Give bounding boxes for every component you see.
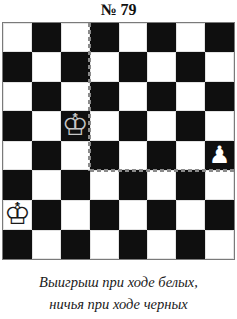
square-d3 bbox=[90, 170, 119, 199]
square-d4 bbox=[90, 141, 119, 170]
square-f5 bbox=[147, 111, 176, 141]
square-b8 bbox=[32, 23, 61, 52]
square-h3 bbox=[205, 170, 234, 199]
square-g7 bbox=[176, 52, 205, 81]
square-b7 bbox=[32, 52, 61, 81]
square-c2 bbox=[61, 200, 90, 230]
square-e1 bbox=[119, 230, 148, 259]
square-g8 bbox=[176, 23, 205, 52]
square-b5 bbox=[32, 111, 61, 141]
square-c7 bbox=[61, 52, 90, 81]
square-d1 bbox=[90, 230, 119, 259]
diagram-number: № 79 bbox=[0, 0, 237, 20]
square-d8 bbox=[90, 23, 119, 52]
pawn-square-outline-vertical bbox=[88, 23, 91, 171]
square-a8 bbox=[3, 23, 32, 52]
pawn-square-outline-horizontal bbox=[90, 169, 234, 172]
caption: Выигрыш при ходе белых, ничья при ходе ч… bbox=[0, 271, 237, 315]
square-e3 bbox=[119, 170, 148, 199]
square-g1 bbox=[176, 230, 205, 259]
square-d6 bbox=[90, 82, 119, 111]
square-a2: ♔ bbox=[3, 200, 32, 230]
square-f2 bbox=[147, 200, 176, 230]
square-h4: ♟ bbox=[205, 141, 234, 170]
square-c8 bbox=[61, 23, 90, 52]
square-c5: ♔ bbox=[61, 111, 90, 141]
square-e6 bbox=[119, 82, 148, 111]
black-king: ♔ bbox=[62, 110, 89, 140]
square-b3 bbox=[32, 170, 61, 199]
square-g6 bbox=[176, 82, 205, 111]
square-d2 bbox=[90, 200, 119, 230]
square-d7 bbox=[90, 52, 119, 81]
square-e7 bbox=[119, 52, 148, 81]
square-g3 bbox=[176, 170, 205, 199]
square-e5 bbox=[119, 111, 148, 141]
square-e4 bbox=[119, 141, 148, 170]
square-c4 bbox=[61, 141, 90, 170]
square-b4 bbox=[32, 141, 61, 170]
square-f6 bbox=[147, 82, 176, 111]
square-h7 bbox=[205, 52, 234, 81]
square-f8 bbox=[147, 23, 176, 52]
square-h8 bbox=[205, 23, 234, 52]
square-g2 bbox=[176, 200, 205, 230]
square-a7 bbox=[3, 52, 32, 81]
square-f3 bbox=[147, 170, 176, 199]
square-h1 bbox=[205, 230, 234, 259]
square-e2 bbox=[119, 200, 148, 230]
board-grid: ♔♟♔ bbox=[3, 23, 234, 259]
square-a5 bbox=[3, 111, 32, 141]
square-e8 bbox=[119, 23, 148, 52]
square-b6 bbox=[32, 82, 61, 111]
square-d5 bbox=[90, 111, 119, 141]
square-g4 bbox=[176, 141, 205, 170]
square-g5 bbox=[176, 111, 205, 141]
square-a1 bbox=[3, 230, 32, 259]
square-f7 bbox=[147, 52, 176, 81]
square-a4 bbox=[3, 141, 32, 170]
white-king: ♔ bbox=[4, 199, 31, 229]
square-f1 bbox=[147, 230, 176, 259]
square-b1 bbox=[32, 230, 61, 259]
square-a6 bbox=[3, 82, 32, 111]
square-b2 bbox=[32, 200, 61, 230]
square-c3 bbox=[61, 170, 90, 199]
square-h2 bbox=[205, 200, 234, 230]
square-h6 bbox=[205, 82, 234, 111]
chessboard: ♔♟♔ bbox=[2, 22, 235, 260]
white-pawn: ♟ bbox=[209, 143, 231, 167]
square-h5 bbox=[205, 111, 234, 141]
caption-line-1: Выигрыш при ходе белых, bbox=[0, 271, 237, 293]
square-f4 bbox=[147, 141, 176, 170]
caption-line-2: ничья при ходе черных bbox=[0, 293, 237, 315]
square-c1 bbox=[61, 230, 90, 259]
